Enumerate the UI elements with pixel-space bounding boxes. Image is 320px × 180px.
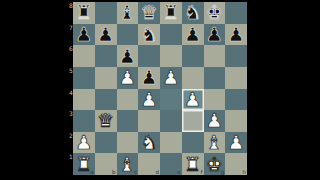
square-e2[interactable] bbox=[160, 132, 182, 154]
rank-label-7: 7 bbox=[69, 25, 79, 31]
white-pawn-g3[interactable]: ♟ bbox=[206, 110, 223, 131]
black-bishop-c8[interactable]: ♝ bbox=[119, 2, 136, 23]
square-g2[interactable]: ♝ bbox=[204, 132, 226, 154]
square-d8[interactable]: ♛ bbox=[138, 2, 160, 24]
rank-label-6: 6 bbox=[69, 46, 79, 52]
square-f4[interactable]: ♟ bbox=[182, 89, 204, 111]
square-h6[interactable] bbox=[225, 45, 247, 67]
square-c5[interactable]: ♟ bbox=[117, 67, 139, 89]
square-e3[interactable] bbox=[160, 110, 182, 132]
square-f6[interactable] bbox=[182, 45, 204, 67]
file-label-e: e bbox=[173, 169, 181, 175]
black-pawn-g7[interactable]: ♟ bbox=[206, 23, 223, 44]
black-pawn-h7[interactable]: ♟ bbox=[228, 23, 245, 44]
square-b2[interactable] bbox=[95, 132, 117, 154]
square-h3[interactable] bbox=[225, 110, 247, 132]
white-pawn-c5[interactable]: ♟ bbox=[119, 67, 136, 88]
square-b7[interactable]: ♟ bbox=[95, 24, 117, 46]
square-e5[interactable]: ♟ bbox=[160, 67, 182, 89]
rank-label-5: 5 bbox=[69, 68, 79, 74]
square-e7[interactable] bbox=[160, 24, 182, 46]
white-queen-b3[interactable]: ♛ bbox=[97, 110, 114, 131]
square-c4[interactable] bbox=[117, 89, 139, 111]
square-g5[interactable] bbox=[204, 67, 226, 89]
black-pawn-c6[interactable]: ♟ bbox=[119, 45, 136, 66]
rank-label-4: 4 bbox=[69, 90, 79, 96]
black-pawn-d5[interactable]: ♟ bbox=[141, 67, 158, 88]
square-g6[interactable] bbox=[204, 45, 226, 67]
square-c3[interactable] bbox=[117, 110, 139, 132]
white-bishop-g2[interactable]: ♝ bbox=[206, 132, 223, 153]
square-f7[interactable]: ♟ bbox=[182, 24, 204, 46]
black-king-g8[interactable]: ♚ bbox=[206, 2, 223, 23]
square-d3[interactable] bbox=[138, 110, 160, 132]
square-h7[interactable]: ♟ bbox=[225, 24, 247, 46]
square-c7[interactable] bbox=[117, 24, 139, 46]
square-b6[interactable] bbox=[95, 45, 117, 67]
black-pawn-f7[interactable]: ♟ bbox=[184, 23, 201, 44]
black-rook-e8[interactable]: ♜ bbox=[162, 2, 179, 23]
square-g8[interactable]: ♚ bbox=[204, 2, 226, 24]
square-c2[interactable] bbox=[117, 132, 139, 154]
rank-label-2: 2 bbox=[69, 133, 79, 139]
square-h8[interactable] bbox=[225, 2, 247, 24]
square-e4[interactable] bbox=[160, 89, 182, 111]
black-queen-d8[interactable]: ♛ bbox=[141, 2, 158, 23]
square-h4[interactable] bbox=[225, 89, 247, 111]
square-h5[interactable] bbox=[225, 67, 247, 89]
rank-label-3: 3 bbox=[69, 111, 79, 117]
square-d2[interactable]: ♞ bbox=[138, 132, 160, 154]
square-g3[interactable]: ♟ bbox=[204, 110, 226, 132]
square-g7[interactable]: ♟ bbox=[204, 24, 226, 46]
square-e8[interactable]: ♜ bbox=[160, 2, 182, 24]
square-c8[interactable]: ♝ bbox=[117, 2, 139, 24]
black-pawn-b7[interactable]: ♟ bbox=[97, 23, 114, 44]
square-f8[interactable]: ♞ bbox=[182, 2, 204, 24]
square-b8[interactable] bbox=[95, 2, 117, 24]
white-knight-d2[interactable]: ♞ bbox=[141, 132, 158, 153]
rank-label-8: 8 bbox=[69, 3, 79, 9]
file-label-d: d bbox=[151, 169, 159, 175]
file-label-c: c bbox=[129, 169, 137, 175]
square-f3[interactable] bbox=[182, 110, 204, 132]
video-frame: ♜♝♛♜♞♚♟♟♞♟♟♟♟♟♟♟♟♟♛♟♟♞♝♟♜♝♜♚ 87654321abc… bbox=[0, 0, 320, 180]
square-g4[interactable] bbox=[204, 89, 226, 111]
square-f5[interactable] bbox=[182, 67, 204, 89]
square-e6[interactable] bbox=[160, 45, 182, 67]
square-d6[interactable] bbox=[138, 45, 160, 67]
file-label-f: f bbox=[195, 169, 203, 175]
file-label-a: a bbox=[86, 169, 94, 175]
square-d4[interactable]: ♟ bbox=[138, 89, 160, 111]
square-d5[interactable]: ♟ bbox=[138, 67, 160, 89]
chess-board: ♜♝♛♜♞♚♟♟♞♟♟♟♟♟♟♟♟♟♛♟♟♞♝♟♜♝♜♚ bbox=[73, 2, 247, 175]
square-d7[interactable]: ♞ bbox=[138, 24, 160, 46]
white-pawn-h2[interactable]: ♟ bbox=[228, 132, 245, 153]
rank-label-1: 1 bbox=[69, 154, 79, 160]
black-knight-f8[interactable]: ♞ bbox=[184, 2, 201, 23]
square-c6[interactable]: ♟ bbox=[117, 45, 139, 67]
white-pawn-d4[interactable]: ♟ bbox=[141, 88, 158, 109]
square-b3[interactable]: ♛ bbox=[95, 110, 117, 132]
square-h2[interactable]: ♟ bbox=[225, 132, 247, 154]
square-b4[interactable] bbox=[95, 89, 117, 111]
white-pawn-e5[interactable]: ♟ bbox=[162, 67, 179, 88]
file-label-h: h bbox=[238, 169, 246, 175]
white-pawn-f4[interactable]: ♟ bbox=[184, 88, 201, 109]
file-label-b: b bbox=[108, 169, 116, 175]
black-knight-d7[interactable]: ♞ bbox=[141, 23, 158, 44]
file-label-g: g bbox=[216, 169, 224, 175]
square-f2[interactable] bbox=[182, 132, 204, 154]
square-b5[interactable] bbox=[95, 67, 117, 89]
